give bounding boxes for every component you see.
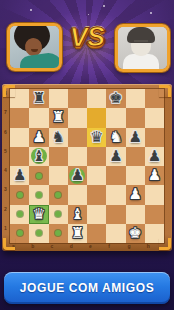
black-queen[interactable]: ♛: [87, 128, 106, 147]
square-h2[interactable]: [145, 205, 164, 224]
square-e1[interactable]: [87, 224, 106, 243]
square-h7[interactable]: [145, 108, 164, 127]
square-h5[interactable]: ♟: [145, 147, 164, 166]
black-pawn[interactable]: ♟: [68, 166, 87, 185]
square-c6[interactable]: ♞: [49, 128, 68, 147]
rank-label: 2: [4, 206, 7, 212]
move-dot[interactable]: [17, 211, 23, 217]
board-grid: ♜♚♜♟♞♛♞♟♝♟♟♟♟♟♟♛♝♜♚: [10, 89, 164, 243]
white-king[interactable]: ♚: [126, 224, 145, 243]
square-c5[interactable]: [49, 147, 68, 166]
square-b5[interactable]: ♝: [29, 147, 48, 166]
square-g3[interactable]: ♟: [126, 185, 145, 204]
black-pawn[interactable]: ♟: [106, 147, 125, 166]
square-d6[interactable]: [68, 128, 87, 147]
square-h6[interactable]: [145, 128, 164, 147]
square-f4[interactable]: [106, 166, 125, 185]
square-c7[interactable]: ♜: [49, 108, 68, 127]
move-dot[interactable]: [55, 211, 61, 217]
white-pawn[interactable]: ♟: [29, 128, 48, 147]
white-rook[interactable]: ♜: [49, 108, 68, 127]
match-screen: VS ♜♚♜♟♞♛♞♟♝♟♟♟♟♟♟♛♝♜♚ 87654321abcdefgh …: [0, 0, 174, 310]
move-dot[interactable]: [55, 192, 61, 198]
white-pawn[interactable]: ♟: [145, 166, 164, 185]
file-label: h: [147, 243, 150, 249]
square-b4[interactable]: [29, 166, 48, 185]
versus-header: VS: [0, 0, 174, 84]
rank-label: 5: [4, 148, 7, 154]
square-a7[interactable]: [10, 108, 29, 127]
square-f2[interactable]: [106, 205, 125, 224]
square-g4[interactable]: [126, 166, 145, 185]
rank-label: 1: [4, 225, 7, 231]
square-e7[interactable]: [87, 108, 106, 127]
black-bishop[interactable]: ♝: [29, 147, 48, 166]
rank-label: 7: [4, 109, 7, 115]
sparkle-icon: [103, 5, 105, 7]
sparkle-icon: [30, 9, 32, 11]
square-e2[interactable]: [87, 205, 106, 224]
square-d8[interactable]: [68, 89, 87, 108]
square-c2[interactable]: [49, 205, 68, 224]
white-knight[interactable]: ♞: [106, 128, 125, 147]
square-c3[interactable]: [49, 185, 68, 204]
square-d1[interactable]: ♜: [68, 224, 87, 243]
black-pawn[interactable]: ♟: [10, 166, 29, 185]
square-h3[interactable]: [145, 185, 164, 204]
square-b1[interactable]: [29, 224, 48, 243]
square-g6[interactable]: ♟: [126, 128, 145, 147]
file-label: g: [128, 243, 131, 249]
gold-corner-icon: [3, 85, 15, 97]
sparkle-icon: [150, 12, 152, 14]
square-b8[interactable]: ♜: [29, 89, 48, 108]
square-g5[interactable]: [126, 147, 145, 166]
square-d2[interactable]: ♝: [68, 205, 87, 224]
square-e3[interactable]: [87, 185, 106, 204]
square-g2[interactable]: [126, 205, 145, 224]
square-a3[interactable]: [10, 185, 29, 204]
white-pawn[interactable]: ♟: [126, 185, 145, 204]
white-rook[interactable]: ♜: [68, 224, 87, 243]
square-d3[interactable]: [68, 185, 87, 204]
black-pawn[interactable]: ♟: [126, 128, 145, 147]
sparkle-icon: [88, 14, 89, 15]
square-g7[interactable]: [126, 108, 145, 127]
file-label: f: [108, 243, 110, 249]
square-a2[interactable]: [10, 205, 29, 224]
move-dot[interactable]: [17, 192, 23, 198]
square-f7[interactable]: [106, 108, 125, 127]
square-e8[interactable]: [87, 89, 106, 108]
file-label: c: [51, 243, 54, 249]
square-b7[interactable]: [29, 108, 48, 127]
square-f3[interactable]: [106, 185, 125, 204]
white-bishop[interactable]: ♝: [68, 205, 87, 224]
rank-label: 3: [4, 186, 7, 192]
rank-label: 6: [4, 129, 7, 135]
square-h4[interactable]: ♟: [145, 166, 164, 185]
square-d7[interactable]: [68, 108, 87, 127]
move-dot[interactable]: [55, 230, 61, 236]
play-with-friends-label: JOGUE COM AMIGOS: [20, 281, 155, 295]
square-a5[interactable]: [10, 147, 29, 166]
square-d4[interactable]: ♟: [68, 166, 87, 185]
square-g8[interactable]: [126, 89, 145, 108]
square-c1[interactable]: [49, 224, 68, 243]
file-label: e: [89, 243, 92, 249]
square-b3[interactable]: [29, 185, 48, 204]
square-f5[interactable]: ♟: [106, 147, 125, 166]
file-label: d: [70, 243, 73, 249]
square-c4[interactable]: [49, 166, 68, 185]
square-g1[interactable]: ♚: [126, 224, 145, 243]
gold-corner-icon: [3, 238, 15, 250]
black-king[interactable]: ♚: [106, 89, 125, 108]
right-player-avatar[interactable]: [115, 24, 170, 72]
square-a4[interactable]: ♟: [10, 166, 29, 185]
square-f8[interactable]: ♚: [106, 89, 125, 108]
move-dot[interactable]: [36, 192, 42, 198]
right-avatar-photo: [118, 27, 167, 69]
play-with-friends-button[interactable]: JOGUE COM AMIGOS: [4, 272, 170, 304]
square-c8[interactable]: [49, 89, 68, 108]
file-label: b: [31, 243, 34, 249]
square-b6[interactable]: ♟: [29, 128, 48, 147]
move-dot[interactable]: [17, 230, 23, 236]
square-a6[interactable]: [10, 128, 29, 147]
square-b2[interactable]: ♛: [29, 205, 48, 224]
gold-corner-icon: [159, 85, 171, 97]
rank-label: 4: [4, 167, 7, 173]
black-pawn[interactable]: ♟: [145, 147, 164, 166]
chess-board: ♜♚♜♟♞♛♞♟♝♟♟♟♟♟♟♛♝♜♚ 87654321abcdefgh: [2, 84, 172, 251]
move-dot[interactable]: [36, 173, 42, 179]
square-e6[interactable]: ♛: [87, 128, 106, 147]
white-queen[interactable]: ♛: [29, 205, 48, 224]
black-rook[interactable]: ♜: [29, 89, 48, 108]
move-dot[interactable]: [36, 230, 42, 236]
gold-corner-icon: [159, 238, 171, 250]
black-knight[interactable]: ♞: [49, 128, 68, 147]
square-f1[interactable]: [106, 224, 125, 243]
square-e4[interactable]: [87, 166, 106, 185]
square-e5[interactable]: [87, 147, 106, 166]
square-f6[interactable]: ♞: [106, 128, 125, 147]
square-d5[interactable]: [68, 147, 87, 166]
